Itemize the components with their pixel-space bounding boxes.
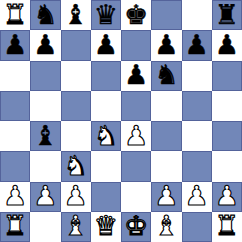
square-g1[interactable] (182, 212, 212, 242)
square-f3[interactable] (151, 151, 181, 181)
piece-black-bishop: ♝ (33, 122, 57, 149)
piece-black-pawn: ♟ (185, 31, 209, 58)
square-a7[interactable]: ♟ (0, 30, 30, 60)
piece-black-pawn: ♟ (94, 31, 118, 58)
square-d4[interactable]: ♞ (91, 121, 121, 151)
square-a8[interactable]: ♜ (0, 0, 30, 30)
square-c2[interactable]: ♟ (61, 182, 91, 212)
square-h7[interactable]: ♟ (212, 30, 242, 60)
square-c4[interactable] (61, 121, 91, 151)
piece-white-king: ♚ (124, 212, 148, 239)
square-b1[interactable] (30, 212, 60, 242)
piece-white-pawn: ♟ (64, 182, 88, 209)
square-h5[interactable] (212, 91, 242, 121)
square-d2[interactable] (91, 182, 121, 212)
square-e1[interactable]: ♚ (121, 212, 151, 242)
square-a6[interactable] (0, 61, 30, 91)
square-c1[interactable]: ♝ (61, 212, 91, 242)
piece-white-queen: ♛ (94, 212, 118, 239)
square-d1[interactable]: ♛ (91, 212, 121, 242)
square-a4[interactable] (0, 121, 30, 151)
square-e3[interactable] (121, 151, 151, 181)
piece-black-knight: ♞ (33, 1, 57, 28)
square-g2[interactable]: ♟ (182, 182, 212, 212)
square-f1[interactable]: ♝ (151, 212, 181, 242)
square-c7[interactable] (61, 30, 91, 60)
square-g3[interactable] (182, 151, 212, 181)
piece-black-queen: ♛ (94, 1, 118, 28)
piece-white-rook: ♜ (3, 212, 27, 239)
square-e5[interactable] (121, 91, 151, 121)
square-f4[interactable] (151, 121, 181, 151)
square-a1[interactable]: ♜ (0, 212, 30, 242)
square-g7[interactable]: ♟ (182, 30, 212, 60)
piece-white-pawn: ♟ (185, 182, 209, 209)
piece-white-pawn: ♟ (33, 182, 57, 209)
square-f6[interactable]: ♞ (151, 61, 181, 91)
piece-white-pawn: ♟ (124, 122, 148, 149)
piece-white-pawn: ♟ (154, 182, 178, 209)
piece-white-bishop: ♝ (64, 212, 88, 239)
piece-black-pawn: ♟ (3, 31, 27, 58)
square-d8[interactable]: ♛ (91, 0, 121, 30)
square-b7[interactable]: ♟ (30, 30, 60, 60)
square-e2[interactable] (121, 182, 151, 212)
square-h2[interactable]: ♟ (212, 182, 242, 212)
square-b3[interactable] (30, 151, 60, 181)
square-b2[interactable]: ♟ (30, 182, 60, 212)
square-h1[interactable]: ♜ (212, 212, 242, 242)
piece-black-pawn: ♟ (124, 61, 148, 88)
square-d6[interactable] (91, 61, 121, 91)
square-b4[interactable]: ♝ (30, 121, 60, 151)
square-g5[interactable] (182, 91, 212, 121)
piece-white-pawn: ♟ (215, 182, 239, 209)
square-g6[interactable] (182, 61, 212, 91)
piece-black-pawn: ♟ (33, 31, 57, 58)
square-f7[interactable]: ♟ (151, 30, 181, 60)
square-e7[interactable] (121, 30, 151, 60)
square-c8[interactable]: ♝ (61, 0, 91, 30)
square-f2[interactable]: ♟ (151, 182, 181, 212)
square-b8[interactable]: ♞ (30, 0, 60, 30)
square-d3[interactable] (91, 151, 121, 181)
square-b6[interactable] (30, 61, 60, 91)
square-c3[interactable]: ♞ (61, 151, 91, 181)
square-a3[interactable] (0, 151, 30, 181)
square-f5[interactable] (151, 91, 181, 121)
square-h6[interactable] (212, 61, 242, 91)
square-a2[interactable]: ♟ (0, 182, 30, 212)
piece-black-pawn: ♟ (154, 31, 178, 58)
piece-white-rook: ♜ (3, 1, 27, 28)
piece-black-pawn: ♟ (215, 31, 239, 58)
square-c6[interactable] (61, 61, 91, 91)
piece-black-rook: ♜ (215, 1, 239, 28)
piece-white-knight: ♞ (64, 152, 88, 179)
piece-white-bishop: ♝ (154, 212, 178, 239)
square-e4[interactable]: ♟ (121, 121, 151, 151)
piece-black-knight: ♞ (154, 61, 178, 88)
piece-black-bishop: ♝ (64, 1, 88, 28)
square-e8[interactable]: ♚ (121, 0, 151, 30)
square-f8[interactable] (151, 0, 181, 30)
square-g8[interactable] (182, 0, 212, 30)
square-h3[interactable] (212, 151, 242, 181)
square-b5[interactable] (30, 91, 60, 121)
square-g4[interactable] (182, 121, 212, 151)
square-e6[interactable]: ♟ (121, 61, 151, 91)
chess-board: ♜♞♝♛♚♜♟♟♟♟♟♟♟♞♝♞♟♞♟♟♟♟♟♟♜♝♛♚♝♜ (0, 0, 242, 242)
square-d7[interactable]: ♟ (91, 30, 121, 60)
square-h8[interactable]: ♜ (212, 0, 242, 30)
piece-white-knight: ♞ (94, 122, 118, 149)
piece-white-rook: ♜ (215, 212, 239, 239)
square-d5[interactable] (91, 91, 121, 121)
square-a5[interactable] (0, 91, 30, 121)
piece-black-king: ♚ (124, 1, 148, 28)
piece-white-pawn: ♟ (3, 182, 27, 209)
square-h4[interactable] (212, 121, 242, 151)
square-c5[interactable] (61, 91, 91, 121)
